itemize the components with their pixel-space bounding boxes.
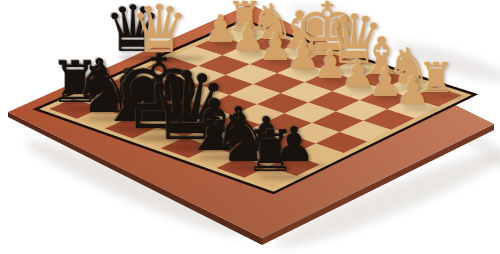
black-bishop-c8: ♝	[161, 83, 268, 160]
piece-glyph: ♞	[72, 56, 134, 121]
piece-shadow	[118, 55, 178, 60]
white-pawn-b2: ♟	[357, 60, 414, 101]
chess-set-product-photo: ♜♞♝♛♚♝♞♜♟♟♟♟♟♟♟♟♟♟♟♟♟♟♟♟♜♞♝♛♚♝♞♜♛♛	[0, 0, 500, 254]
piece-glyph: ♜	[50, 56, 101, 110]
piece-glyph: ♟	[341, 56, 375, 92]
piece-shadow	[115, 126, 182, 131]
piece-glyph: ♟	[286, 38, 320, 74]
piece-glyph: ♝	[183, 92, 247, 160]
black-rook-a8: ♜	[227, 117, 313, 179]
piece-shadow	[427, 95, 465, 98]
white-pawn-a2: ♟	[384, 69, 441, 110]
black-pawn-f7: ♟	[119, 67, 191, 119]
piece-shadow	[283, 164, 328, 168]
white-pawn-e2: ♟	[274, 33, 331, 74]
piece-shadow	[294, 71, 329, 74]
piece-shadow	[227, 165, 291, 170]
piece-shadow	[257, 175, 310, 179]
black-pawn-g7: ♟	[91, 58, 163, 110]
white-queen-d1: ♛	[303, 0, 405, 73]
piece-shadow	[212, 44, 247, 47]
piece-shadow	[88, 96, 133, 100]
piece-shadow	[144, 56, 205, 61]
piece-shadow	[255, 154, 300, 158]
piece-glyph: ♟	[231, 20, 265, 56]
piece-glyph: ♟	[259, 29, 293, 65]
piece-glyph: ♞	[387, 43, 431, 90]
piece-shadow	[144, 116, 189, 120]
piece-shadow	[239, 53, 274, 56]
black-pawn-a7: ♟	[258, 115, 330, 167]
piece-shadow	[267, 62, 302, 65]
piece-glyph: ♟	[396, 73, 430, 109]
piece-shadow	[370, 77, 418, 81]
piece-shadow	[236, 34, 274, 37]
black-pawn-e7: ♟	[147, 77, 219, 129]
white-knight-b1: ♞	[372, 36, 446, 89]
piece-glyph: ♚	[113, 44, 205, 142]
white-rook-a1: ♜	[405, 54, 467, 98]
piece-glyph: ♞	[212, 105, 274, 170]
black-pawn-d7: ♟	[175, 87, 247, 139]
piece-glyph: ♟	[313, 47, 347, 83]
piece-glyph: ♟	[78, 54, 121, 100]
piece-glyph: ♟	[134, 74, 177, 120]
piece-glyph: ♛	[324, 8, 385, 72]
piece-shadow	[172, 125, 217, 129]
white-pawn-g2: ♟	[220, 15, 277, 56]
extra-black-queen: ♛	[85, 0, 181, 60]
piece-shadow	[376, 98, 411, 101]
black-pawn-b7: ♟	[230, 106, 302, 158]
piece-shadow	[165, 144, 253, 151]
piece-glyph: ♚	[294, 0, 360, 64]
piece-glyph: ♜	[227, 0, 264, 37]
piece-glyph: ♝	[99, 63, 163, 131]
black-rook-h8: ♜	[32, 49, 118, 111]
piece-shadow	[198, 155, 265, 160]
black-king-e8: ♚	[82, 31, 237, 142]
white-pawn-c2: ♟	[329, 51, 386, 92]
piece-shadow	[398, 86, 444, 90]
piece-shadow	[404, 107, 439, 110]
piece-glyph: ♟	[189, 93, 232, 139]
white-knight-g1: ♞	[235, 0, 309, 46]
piece-glyph: ♛	[144, 62, 229, 152]
piece-shadow	[310, 59, 379, 65]
white-pawn-d2: ♟	[302, 42, 359, 83]
piece-shadow	[322, 80, 357, 83]
white-pawn-f2: ♟	[247, 24, 304, 65]
black-pawn-c7: ♟	[202, 96, 274, 148]
piece-glyph: ♟	[106, 64, 149, 110]
piece-shadow	[200, 135, 245, 139]
piece-glyph: ♟	[245, 112, 288, 158]
piece-glyph: ♝	[277, 6, 323, 55]
piece-glyph: ♜	[418, 59, 455, 98]
piece-shadow	[62, 107, 115, 111]
piece-glyph: ♟	[273, 122, 316, 168]
white-pawn-h2: ♟	[192, 6, 249, 47]
piece-glyph: ♛	[104, 0, 161, 60]
black-knight-b8: ♞	[191, 96, 294, 170]
white-king-e1: ♚	[271, 0, 382, 64]
piece-glyph: ♟	[368, 65, 402, 101]
piece-shadow	[87, 116, 151, 121]
piece-shadow	[339, 68, 402, 73]
piece-glyph: ♟	[161, 83, 204, 129]
black-pawn-h7: ♟	[63, 48, 135, 100]
piece-glyph: ♝	[359, 32, 405, 81]
white-rook-h1: ♜	[214, 0, 276, 37]
black-knight-g8: ♞	[52, 47, 155, 121]
piece-shadow	[288, 51, 336, 55]
piece-shadow	[349, 89, 384, 92]
piece-glyph: ♜	[245, 125, 296, 179]
black-bishop-f8: ♝	[77, 54, 184, 131]
white-bishop-f1: ♝	[261, 0, 338, 55]
piece-shadow	[261, 42, 307, 46]
piece-glyph: ♟	[204, 11, 238, 47]
piece-glyph: ♛	[130, 0, 189, 61]
black-queen-d8: ♛	[116, 49, 258, 151]
white-bishop-c1: ♝	[343, 26, 420, 82]
piece-shadow	[227, 145, 272, 149]
extra-white-queen: ♛	[110, 0, 209, 61]
piece-shadow	[116, 106, 161, 110]
piece-shadow	[135, 134, 231, 142]
pieces-layer: ♜♞♝♛♚♝♞♜♟♟♟♟♟♟♟♟♟♟♟♟♟♟♟♟♜♞♝♛♚♝♞♜♛♛	[0, 0, 500, 254]
piece-glyph: ♟	[217, 102, 260, 148]
piece-glyph: ♞	[250, 0, 294, 46]
